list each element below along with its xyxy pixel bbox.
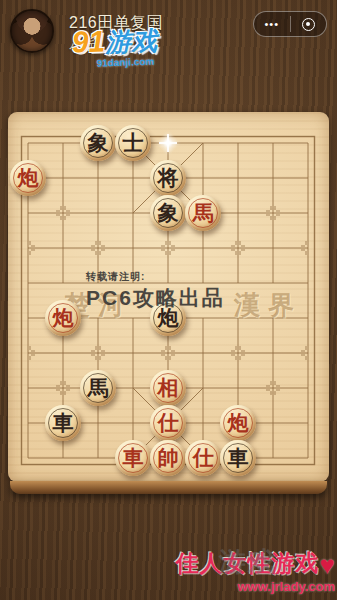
piece-black-2-7[interactable]: 馬: [80, 370, 116, 406]
piece-black-6-9[interactable]: 車: [220, 440, 256, 476]
piece-glyph: 車: [228, 445, 249, 470]
piece-black-4-2[interactable]: 象: [150, 195, 186, 231]
piece-glyph: 仕: [158, 410, 179, 435]
xiangqi-board[interactable]: 楚河 漢界 象士炮将象馬炮炮馬相車仕炮車帥仕車: [8, 112, 329, 482]
bottom-toolbar: 锦 14 求助: [0, 520, 337, 600]
piece-glyph: 炮: [228, 410, 249, 435]
piece-glyph: 士: [123, 130, 144, 155]
top-bar: 216田单复国 小兵 •••: [0, 0, 337, 70]
piece-glyph: 炮: [158, 305, 179, 330]
level-title: 216田单复国: [69, 13, 163, 34]
piece-red-4-8[interactable]: 仕: [150, 405, 186, 441]
app-screen: 216田单复国 小兵 ••• 91游戏 91danji.com 楚河 漢界 象士…: [0, 0, 337, 600]
player-rank: 小兵: [69, 38, 97, 56]
piece-glyph: 象: [88, 130, 109, 155]
piece-black-1-8[interactable]: 車: [45, 405, 81, 441]
piece-glyph: 帥: [158, 445, 179, 470]
wechat-capsule: •••: [253, 11, 327, 37]
piece-glyph: 馬: [193, 200, 214, 225]
piece-glyph: 馬: [88, 375, 109, 400]
piece-black-3-0[interactable]: 士: [115, 125, 151, 161]
piece-black-2-0[interactable]: 象: [80, 125, 116, 161]
more-icon[interactable]: •••: [254, 12, 290, 36]
piece-red-5-2[interactable]: 馬: [185, 195, 221, 231]
piece-red-0-1[interactable]: 炮: [10, 160, 46, 196]
piece-glyph: 車: [53, 410, 74, 435]
avatar[interactable]: [10, 9, 54, 53]
piece-glyph: 車: [123, 445, 144, 470]
close-circle-icon[interactable]: [291, 18, 327, 31]
piece-red-4-9[interactable]: 帥: [150, 440, 186, 476]
piece-glyph: 炮: [18, 165, 39, 190]
piece-red-1-5[interactable]: 炮: [45, 300, 81, 336]
piece-glyph: 仕: [193, 445, 214, 470]
piece-glyph: 将: [158, 165, 179, 190]
piece-black-4-1[interactable]: 将: [150, 160, 186, 196]
piece-red-6-8[interactable]: 炮: [220, 405, 256, 441]
piece-black-4-5[interactable]: 炮: [150, 300, 186, 336]
piece-red-4-7[interactable]: 相: [150, 370, 186, 406]
piece-glyph: 象: [158, 200, 179, 225]
piece-glyph: 相: [158, 375, 179, 400]
piece-red-5-9[interactable]: 仕: [185, 440, 221, 476]
piece-red-3-9[interactable]: 車: [115, 440, 151, 476]
piece-glyph: 炮: [53, 305, 74, 330]
